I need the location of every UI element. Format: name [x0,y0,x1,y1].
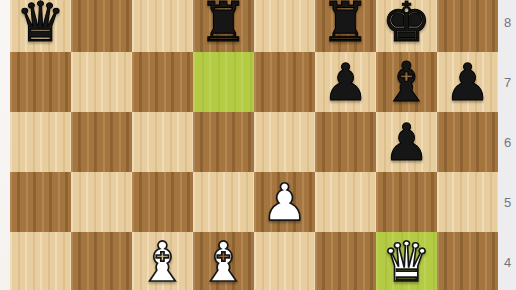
white-bishop-d4[interactable]: ♝ [193,232,254,290]
square-h5[interactable] [437,172,498,232]
square-h7[interactable]: ♟ [437,52,498,112]
rank-label-6: 6 [498,112,516,172]
square-b4[interactable] [71,232,132,290]
square-c4[interactable]: ♝ [132,232,193,290]
square-e5[interactable]: ♟ [254,172,315,232]
white-bishop-c4[interactable]: ♝ [132,232,193,290]
black-pawn-f7[interactable]: ♟ [315,52,376,112]
white-pawn-e5[interactable]: ♟ [254,172,315,232]
square-c6[interactable] [132,112,193,172]
square-e8[interactable] [254,0,315,52]
square-f5[interactable] [315,172,376,232]
left-margin-strip [0,0,10,290]
rank-label-8: 8 [498,0,516,52]
black-rook-f8[interactable]: ♜ [315,0,376,52]
square-f6[interactable] [315,112,376,172]
square-a7[interactable] [10,52,71,112]
black-pawn-g6[interactable]: ♟ [376,112,437,172]
square-h6[interactable] [437,112,498,172]
rank-label-7: 7 [498,52,516,112]
square-d8[interactable]: ♜ [193,0,254,52]
square-b7[interactable] [71,52,132,112]
square-e6[interactable] [254,112,315,172]
square-f7[interactable]: ♟ [315,52,376,112]
square-g6[interactable]: ♟ [376,112,437,172]
rank-label-4: 4 [498,232,516,290]
square-h4[interactable] [437,232,498,290]
black-rook-d8[interactable]: ♜ [193,0,254,52]
square-a4[interactable] [10,232,71,290]
square-a5[interactable] [10,172,71,232]
square-e4[interactable] [254,232,315,290]
rank-labels-panel: 87654 [498,0,516,290]
white-queen-g4[interactable]: ♛ [376,232,437,290]
square-g4[interactable]: ♛ [376,232,437,290]
square-g5[interactable] [376,172,437,232]
square-f4[interactable] [315,232,376,290]
black-queen-a8[interactable]: ♛ [10,0,71,52]
square-b6[interactable] [71,112,132,172]
square-e7[interactable] [254,52,315,112]
square-a8[interactable]: ♛ [10,0,71,52]
square-d7[interactable] [193,52,254,112]
black-bishop-g7[interactable]: ♝ [376,52,437,112]
square-g8[interactable]: ♚ [376,0,437,52]
black-king-g8[interactable]: ♚ [376,0,437,52]
rank-label-5: 5 [498,172,516,232]
square-d6[interactable] [193,112,254,172]
square-b8[interactable] [71,0,132,52]
square-d4[interactable]: ♝ [193,232,254,290]
square-c8[interactable] [132,0,193,52]
square-c5[interactable] [132,172,193,232]
square-d5[interactable] [193,172,254,232]
square-h8[interactable] [437,0,498,52]
square-a6[interactable] [10,112,71,172]
chess-board: ♛♜♜♚♟♝♟♟♟♝♝♛ [10,0,498,290]
square-f8[interactable]: ♜ [315,0,376,52]
square-c7[interactable] [132,52,193,112]
black-pawn-h7[interactable]: ♟ [437,52,498,112]
square-g7[interactable]: ♝ [376,52,437,112]
chess-thumbnail: ♛♜♜♚♟♝♟♟♟♝♝♛ 87654 [0,0,516,290]
square-b5[interactable] [71,172,132,232]
